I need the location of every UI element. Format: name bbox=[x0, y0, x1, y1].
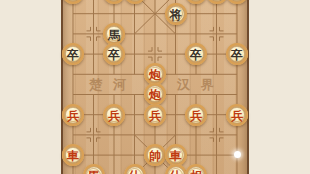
piece-red-soldier[interactable]: 兵 bbox=[62, 104, 84, 126]
piece-character: 卒 bbox=[67, 49, 79, 61]
piece-character: 帥 bbox=[149, 149, 161, 161]
piece-black-soldier[interactable]: 卒 bbox=[103, 43, 125, 65]
piece-character: 仕 bbox=[129, 170, 141, 174]
xiangqi-board[interactable]: 楚河 汉界 車象士象馬車将馬卒卒卒卒炮炮兵兵兵兵兵車帥車馬仕仕相 bbox=[61, 0, 249, 174]
piece-character: 炮 bbox=[149, 89, 161, 101]
piece-black-general[interactable]: 将 bbox=[165, 3, 187, 25]
piece-black-soldier[interactable]: 卒 bbox=[226, 43, 248, 65]
piece-black-chariot[interactable]: 車 bbox=[62, 0, 84, 4]
piece-red-horse[interactable]: 馬 bbox=[83, 164, 105, 174]
piece-black-horse[interactable]: 馬 bbox=[206, 0, 228, 4]
piece-black-soldier[interactable]: 卒 bbox=[62, 43, 84, 65]
piece-red-cannon[interactable]: 炮 bbox=[144, 63, 166, 85]
piece-character: 相 bbox=[190, 170, 202, 174]
piece-red-soldier[interactable]: 兵 bbox=[185, 104, 207, 126]
piece-black-chariot[interactable]: 車 bbox=[226, 0, 248, 4]
piece-black-horse[interactable]: 馬 bbox=[103, 23, 125, 45]
piece-character: 馬 bbox=[108, 28, 120, 40]
piece-black-elephant[interactable]: 象 bbox=[185, 0, 207, 4]
piece-character: 卒 bbox=[231, 49, 243, 61]
piece-character: 馬 bbox=[88, 170, 100, 174]
piece-red-chariot[interactable]: 車 bbox=[62, 144, 84, 166]
piece-character: 兵 bbox=[149, 109, 161, 121]
piece-character: 卒 bbox=[108, 49, 120, 61]
piece-red-chariot[interactable]: 車 bbox=[165, 144, 187, 166]
piece-black-advisor[interactable]: 士 bbox=[124, 0, 146, 4]
piece-red-elephant[interactable]: 相 bbox=[185, 164, 207, 174]
pieces-layer: 車象士象馬車将馬卒卒卒卒炮炮兵兵兵兵兵車帥車馬仕仕相 bbox=[63, 0, 248, 174]
piece-black-elephant[interactable]: 象 bbox=[103, 0, 125, 4]
piece-red-soldier[interactable]: 兵 bbox=[144, 104, 166, 126]
piece-black-soldier[interactable]: 卒 bbox=[185, 43, 207, 65]
piece-character: 将 bbox=[170, 8, 182, 20]
piece-character: 兵 bbox=[190, 109, 202, 121]
piece-character: 車 bbox=[67, 149, 79, 161]
piece-character: 兵 bbox=[231, 109, 243, 121]
piece-character: 兵 bbox=[67, 109, 79, 121]
piece-red-soldier[interactable]: 兵 bbox=[226, 104, 248, 126]
app-background: 楚河 汉界 車象士象馬車将馬卒卒卒卒炮炮兵兵兵兵兵車帥車馬仕仕相 bbox=[0, 0, 310, 174]
piece-character: 炮 bbox=[149, 69, 161, 81]
piece-red-general[interactable]: 帥 bbox=[144, 144, 166, 166]
piece-red-cannon[interactable]: 炮 bbox=[144, 83, 166, 105]
piece-red-soldier[interactable]: 兵 bbox=[103, 104, 125, 126]
piece-red-advisor[interactable]: 仕 bbox=[124, 164, 146, 174]
move-hint-dot[interactable] bbox=[234, 151, 241, 158]
piece-character: 卒 bbox=[190, 49, 202, 61]
piece-character: 兵 bbox=[108, 109, 120, 121]
piece-character: 車 bbox=[170, 149, 182, 161]
piece-red-advisor[interactable]: 仕 bbox=[165, 164, 187, 174]
piece-character: 仕 bbox=[170, 170, 182, 174]
